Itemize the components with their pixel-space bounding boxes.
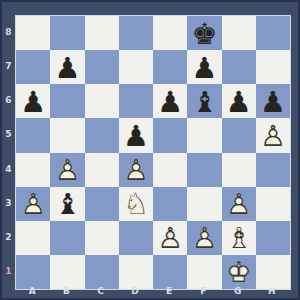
square-b7[interactable]: ♟ [50,50,84,84]
pawn-outline-glyph: ♙ [256,119,290,153]
rank-label-8: 8 [2,15,15,49]
file-label-d: D [118,284,152,298]
square-a6[interactable]: ♟ [16,84,50,118]
bishop-outline-glyph: ♗ [222,222,256,256]
pawn-outline-glyph: ♙ [187,222,221,256]
file-label-a: A [15,284,49,298]
square-b3[interactable]: ♝ [50,187,84,221]
square-e4[interactable] [153,153,187,187]
pawn-outline-glyph: ♙ [153,222,187,256]
square-h3[interactable] [256,187,290,221]
pawn-glyph: ♟ [153,85,187,119]
pawn-glyph: ♟ [119,119,153,153]
pawn-glyph: ♟ [16,85,50,119]
square-e3[interactable] [153,187,187,221]
rank-label-7: 7 [2,49,15,83]
square-f7[interactable]: ♟ [187,50,221,84]
square-e6[interactable]: ♟ [153,84,187,118]
square-b2[interactable] [50,221,84,255]
rank-label-3: 3 [2,186,15,220]
bishop-glyph: ♝ [50,188,84,222]
square-e2[interactable]: ♟♙ [153,221,187,255]
black-pawn[interactable]: ♟ [119,118,153,152]
square-a4[interactable] [16,153,50,187]
square-e7[interactable] [153,50,187,84]
square-b5[interactable] [50,118,84,152]
black-pawn[interactable]: ♟ [187,50,221,84]
black-pawn[interactable]: ♟ [256,84,290,118]
square-b4[interactable]: ♟♙ [50,153,84,187]
square-f2[interactable]: ♟♙ [187,221,221,255]
square-d8[interactable] [119,16,153,50]
white-knight[interactable]: ♞♘ [119,187,153,221]
pawn-glyph: ♟ [256,85,290,119]
file-label-b: B [49,284,83,298]
chessboard[interactable]: ♚♟♟♟♟♝♟♟♟♟♙♟♙♟♙♟♙♝♞♘♟♙♟♙♟♙♝♗♚♔ [15,15,291,290]
square-g6[interactable]: ♟ [222,84,256,118]
square-e8[interactable] [153,16,187,50]
square-a5[interactable] [16,118,50,152]
chessboard-frame: 87654321 ♚♟♟♟♟♝♟♟♟♟♙♟♙♟♙♟♙♝♞♘♟♙♟♙♟♙♝♗♚♔ … [0,0,300,300]
white-pawn[interactable]: ♟♙ [119,153,153,187]
file-label-g: G [221,284,255,298]
square-d3[interactable]: ♞♘ [119,187,153,221]
square-d6[interactable] [119,84,153,118]
square-f6[interactable]: ♝ [187,84,221,118]
square-a7[interactable] [16,50,50,84]
file-label-c: C [84,284,118,298]
square-g7[interactable] [222,50,256,84]
square-g8[interactable] [222,16,256,50]
white-bishop[interactable]: ♝♗ [222,221,256,255]
file-label-e: E [152,284,186,298]
square-g2[interactable]: ♝♗ [222,221,256,255]
square-e5[interactable] [153,118,187,152]
square-h2[interactable] [256,221,290,255]
pawn-outline-glyph: ♙ [50,154,84,188]
file-coordinates: ABCDEFGH [15,284,289,298]
black-pawn[interactable]: ♟ [222,84,256,118]
square-c4[interactable] [85,153,119,187]
pawn-outline-glyph: ♙ [119,154,153,188]
file-label-f: F [186,284,220,298]
square-g3[interactable]: ♟♙ [222,187,256,221]
square-b6[interactable] [50,84,84,118]
rank-label-4: 4 [2,152,15,186]
square-f3[interactable] [187,187,221,221]
square-f8[interactable]: ♚ [187,16,221,50]
white-pawn[interactable]: ♟♙ [256,118,290,152]
black-pawn[interactable]: ♟ [153,84,187,118]
square-c8[interactable] [85,16,119,50]
square-c6[interactable] [85,84,119,118]
white-pawn[interactable]: ♟♙ [50,153,84,187]
king-glyph: ♚ [187,17,221,51]
square-b8[interactable] [50,16,84,50]
square-g5[interactable] [222,118,256,152]
white-pawn[interactable]: ♟♙ [153,221,187,255]
pawn-outline-glyph: ♙ [16,188,50,222]
square-c7[interactable] [85,50,119,84]
square-a2[interactable] [16,221,50,255]
square-d7[interactable] [119,50,153,84]
square-h7[interactable] [256,50,290,84]
black-pawn[interactable]: ♟ [16,84,50,118]
square-c2[interactable] [85,221,119,255]
black-bishop[interactable]: ♝ [50,187,84,221]
pawn-glyph: ♟ [187,51,221,85]
white-pawn[interactable]: ♟♙ [222,187,256,221]
knight-outline-glyph: ♘ [119,188,153,222]
square-d2[interactable] [119,221,153,255]
file-label-h: H [255,284,289,298]
black-bishop[interactable]: ♝ [187,84,221,118]
square-f5[interactable] [187,118,221,152]
pawn-glyph: ♟ [50,51,84,85]
square-f4[interactable] [187,153,221,187]
white-pawn[interactable]: ♟♙ [187,221,221,255]
black-pawn[interactable]: ♟ [50,50,84,84]
square-h5[interactable]: ♟♙ [256,118,290,152]
square-h6[interactable]: ♟ [256,84,290,118]
square-h4[interactable] [256,153,290,187]
pawn-glyph: ♟ [222,85,256,119]
bishop-glyph: ♝ [187,85,221,119]
square-h8[interactable] [256,16,290,50]
square-a3[interactable]: ♟♙ [16,187,50,221]
rank-coordinates: 87654321 [2,15,15,288]
rank-label-6: 6 [2,83,15,117]
rank-label-2: 2 [2,220,15,254]
white-pawn[interactable]: ♟♙ [16,187,50,221]
square-g4[interactable] [222,153,256,187]
square-c3[interactable] [85,187,119,221]
square-d4[interactable]: ♟♙ [119,153,153,187]
rank-label-5: 5 [2,117,15,151]
square-c5[interactable] [85,118,119,152]
rank-label-1: 1 [2,254,15,288]
square-d5[interactable]: ♟ [119,118,153,152]
pawn-outline-glyph: ♙ [222,188,256,222]
square-a8[interactable] [16,16,50,50]
black-king[interactable]: ♚ [187,16,221,50]
